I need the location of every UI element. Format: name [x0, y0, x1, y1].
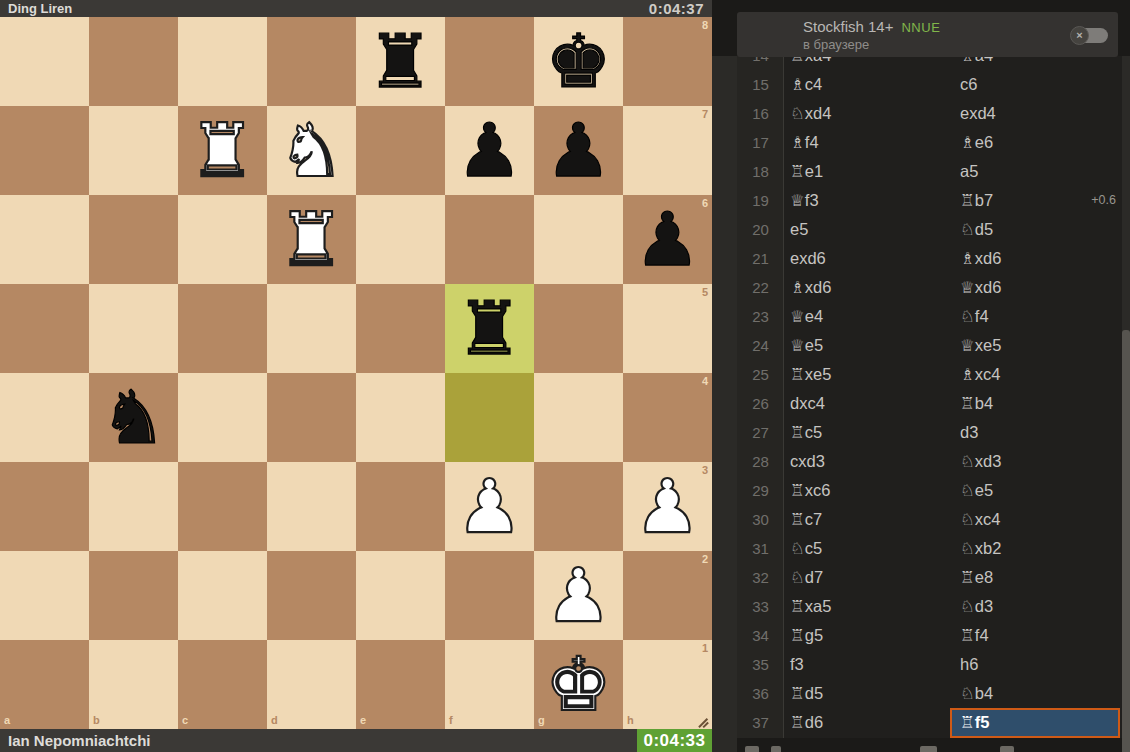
white-move-30[interactable]: ♖c7: [790, 505, 822, 534]
white-move-36[interactable]: ♖d5: [790, 679, 823, 708]
piece-black-pawn[interactable]: ♟: [534, 106, 623, 195]
black-move-14[interactable]: ♗a4: [960, 56, 993, 70]
move-row-35: 35f3h6: [737, 650, 1122, 679]
move-list[interactable]: 14♖xa4♗a415♗c4c616♘xd4exd417♗f4♗e618♖e1a…: [737, 56, 1122, 738]
square-e2[interactable]: [356, 551, 445, 640]
white-move-19[interactable]: ♕f3: [790, 186, 819, 215]
square-e8[interactable]: ♜: [356, 17, 445, 106]
rank-label-8: 8: [702, 20, 708, 31]
black-move-29[interactable]: ♘e5: [960, 476, 993, 505]
move-number: 28: [737, 447, 784, 476]
white-move-37[interactable]: ♖d6: [790, 708, 823, 737]
move-row-32: 32♘d7♖e8: [737, 563, 1122, 592]
piece-white-rook[interactable]: ♜: [178, 106, 267, 195]
square-c3[interactable]: [178, 462, 267, 551]
move-row-23: 23♕e4♘f4: [737, 302, 1122, 331]
black-move-33[interactable]: ♘d3: [960, 592, 993, 621]
move-number: 35: [737, 650, 784, 679]
move-number: 21: [737, 244, 784, 273]
black-move-30[interactable]: ♘xc4: [960, 505, 1000, 534]
square-h3[interactable]: 3♟: [623, 462, 712, 551]
square-g2[interactable]: ♟: [534, 551, 623, 640]
chess-board[interactable]: ♜♚8♜♞♟♟7♜6♟♜5♞4♟3♟♟2abcdefg♚1h: [0, 17, 712, 729]
black-move-35[interactable]: h6: [960, 650, 978, 679]
square-h2[interactable]: 2: [623, 551, 712, 640]
white-move-16[interactable]: ♘xd4: [790, 99, 831, 128]
black-move-20[interactable]: ♘d5: [960, 215, 993, 244]
piece-black-rook[interactable]: ♜: [445, 284, 534, 373]
move-row-34: 34♖g5♖f4: [737, 621, 1122, 650]
move-row-27: 27♖c5d3: [737, 418, 1122, 447]
eval-annotation: +0.6: [1091, 186, 1116, 215]
black-move-21[interactable]: ♗xd6: [960, 244, 1001, 273]
move-row-22: 22♗xd6♕xd6: [737, 273, 1122, 302]
move-number: 15: [737, 70, 784, 99]
square-g8[interactable]: ♚: [534, 17, 623, 106]
square-a5[interactable]: [0, 284, 89, 373]
move-row-20: 20e5♘d5: [737, 215, 1122, 244]
engine-name: Stockfish 14+NNUE: [803, 18, 940, 35]
white-move-28[interactable]: cxd3: [790, 447, 825, 476]
square-e4[interactable]: [356, 373, 445, 462]
square-b2[interactable]: [89, 551, 178, 640]
bottom-player-bar: Ian Nepomniachtchi 0:04:33: [0, 729, 712, 752]
white-move-34[interactable]: ♖g5: [790, 621, 823, 650]
move-row-30: 30♖c7♘xc4: [737, 505, 1122, 534]
black-move-23[interactable]: ♘f4: [960, 302, 989, 331]
white-move-20[interactable]: e5: [790, 215, 808, 244]
piece-black-knight[interactable]: ♞: [89, 373, 178, 462]
move-number: 18: [737, 157, 784, 186]
move-number: 23: [737, 302, 784, 331]
square-d8[interactable]: [267, 17, 356, 106]
square-a1[interactable]: a: [0, 640, 89, 729]
move-number: 16: [737, 99, 784, 128]
square-c6[interactable]: [178, 195, 267, 284]
file-label-d: d: [271, 715, 278, 726]
square-b4[interactable]: ♞: [89, 373, 178, 462]
move-number: 27: [737, 418, 784, 447]
bottom-player-clock: 0:04:33: [637, 729, 712, 752]
square-e5[interactable]: [356, 284, 445, 373]
black-move-26[interactable]: ♖b4: [960, 389, 993, 418]
black-move-34[interactable]: ♖f4: [960, 621, 989, 650]
square-f4[interactable]: [445, 373, 534, 462]
black-move-17[interactable]: ♗e6: [960, 128, 993, 157]
toggle-off-icon[interactable]: ×: [1070, 26, 1089, 45]
white-move-21[interactable]: exd6: [790, 244, 826, 273]
square-a6[interactable]: [0, 195, 89, 284]
black-move-31[interactable]: ♘xb2: [960, 534, 1001, 563]
move-number: 25: [737, 360, 784, 389]
square-d6[interactable]: ♜: [267, 195, 356, 284]
top-player-name: Ding Liren: [8, 1, 72, 16]
square-a4[interactable]: [0, 373, 89, 462]
engine-nnue-badge: NNUE: [901, 20, 940, 35]
square-g3[interactable]: [534, 462, 623, 551]
white-move-32[interactable]: ♘d7: [790, 563, 823, 592]
move-number: 22: [737, 273, 784, 302]
square-b1[interactable]: b: [89, 640, 178, 729]
file-label-c: c: [182, 715, 188, 726]
move-row-15: 15♗c4c6: [737, 70, 1122, 99]
square-f7[interactable]: ♟: [445, 106, 534, 195]
rank-label-4: 4: [702, 376, 708, 387]
black-move-37-current[interactable]: ♖f5: [950, 708, 1120, 738]
piece-white-pawn[interactable]: ♟: [623, 462, 712, 551]
move-number: 19: [737, 186, 784, 215]
move-number: 32: [737, 563, 784, 592]
engine-toggle[interactable]: ×: [1072, 26, 1108, 45]
move-number: 14: [737, 56, 784, 70]
black-move-22[interactable]: ♕xd6: [960, 273, 1001, 302]
bottom-toolbar-clipped: [737, 738, 1130, 752]
square-a8[interactable]: [0, 17, 89, 106]
rank-label-1: 1: [702, 643, 708, 654]
board-resize-handle[interactable]: [697, 714, 710, 727]
black-move-15[interactable]: c6: [960, 70, 977, 99]
move-number: 17: [737, 128, 784, 157]
file-label-b: b: [93, 715, 100, 726]
square-g4[interactable]: [534, 373, 623, 462]
square-g7[interactable]: ♟: [534, 106, 623, 195]
file-label-a: a: [4, 715, 10, 726]
white-move-29[interactable]: ♖xc6: [790, 476, 830, 505]
square-h5[interactable]: 5: [623, 284, 712, 373]
scrollbar-thumb[interactable]: [1122, 330, 1130, 752]
piece-black-pawn[interactable]: ♟: [445, 106, 534, 195]
white-move-23[interactable]: ♕e4: [790, 302, 823, 331]
square-c2[interactable]: [178, 551, 267, 640]
piece-black-pawn[interactable]: ♟: [623, 195, 712, 284]
move-number: 34: [737, 621, 784, 650]
square-c5[interactable]: [178, 284, 267, 373]
white-move-35[interactable]: f3: [790, 650, 804, 679]
move-number: 33: [737, 592, 784, 621]
white-move-25[interactable]: ♖xe5: [790, 360, 831, 389]
square-c4[interactable]: [178, 373, 267, 462]
move-row-31: 31♘c5♘xb2: [737, 534, 1122, 563]
square-d5[interactable]: [267, 284, 356, 373]
toolbar-icon-fragment[interactable]: [771, 746, 781, 752]
square-e1[interactable]: e: [356, 640, 445, 729]
move-row-25: 25♖xe5♗xc4: [737, 360, 1122, 389]
piece-white-pawn[interactable]: ♟: [445, 462, 534, 551]
square-c7[interactable]: ♜: [178, 106, 267, 195]
move-row-21: 21exd6♗xd6: [737, 244, 1122, 273]
rank-label-7: 7: [702, 109, 708, 120]
white-move-15[interactable]: ♗c4: [790, 70, 822, 99]
square-f3[interactable]: ♟: [445, 462, 534, 551]
move-row-17: 17♗f4♗e6: [737, 128, 1122, 157]
white-move-33[interactable]: ♖xa5: [790, 592, 831, 621]
square-f6[interactable]: [445, 195, 534, 284]
square-g5[interactable]: [534, 284, 623, 373]
square-h6[interactable]: 6♟: [623, 195, 712, 284]
engine-header: Stockfish 14+NNUE в браузере ×: [737, 12, 1118, 57]
piece-black-rook[interactable]: ♜: [356, 17, 445, 106]
move-number: 29: [737, 476, 784, 505]
square-d1[interactable]: d: [267, 640, 356, 729]
white-move-26[interactable]: dxc4: [790, 389, 825, 418]
white-move-27[interactable]: ♖c5: [790, 418, 822, 447]
piece-white-rook[interactable]: ♜: [267, 195, 356, 284]
panel-gap-strip: [712, 56, 737, 752]
engine-subtitle: в браузере: [803, 37, 869, 52]
toolbar-icon-fragment[interactable]: [920, 746, 937, 752]
square-d2[interactable]: [267, 551, 356, 640]
square-b7[interactable]: [89, 106, 178, 195]
white-move-22[interactable]: ♗xd6: [790, 273, 831, 302]
move-number: 31: [737, 534, 784, 563]
analysis-app: Ding Liren 0:04:37 ♜♚8♜♞♟♟7♜6♟♜5♞4♟3♟♟2a…: [0, 0, 1130, 752]
piece-black-king[interactable]: ♚: [534, 17, 623, 106]
square-b3[interactable]: [89, 462, 178, 551]
black-move-18[interactable]: a5: [960, 157, 978, 186]
square-g6[interactable]: [534, 195, 623, 284]
move-row-18: 18♖e1a5: [737, 157, 1122, 186]
move-row-28: 28cxd3♘xd3: [737, 447, 1122, 476]
move-row-24: 24♕e5♕xe5: [737, 331, 1122, 360]
move-row-19: 19♕f3♖b7+0.6: [737, 186, 1122, 215]
black-move-16[interactable]: exd4: [960, 99, 996, 128]
square-d4[interactable]: [267, 373, 356, 462]
square-h4[interactable]: 4: [623, 373, 712, 462]
square-d3[interactable]: [267, 462, 356, 551]
file-label-e: e: [360, 715, 366, 726]
square-e7[interactable]: [356, 106, 445, 195]
rank-label-2: 2: [702, 554, 708, 565]
square-a2[interactable]: [0, 551, 89, 640]
top-player-bar: Ding Liren 0:04:37: [0, 0, 712, 17]
square-f5[interactable]: ♜: [445, 284, 534, 373]
piece-white-king[interactable]: ♚: [534, 640, 623, 729]
move-row-14: 14♖xa4♗a4: [737, 56, 1122, 70]
black-move-32[interactable]: ♖e8: [960, 563, 993, 592]
file-label-f: f: [449, 715, 453, 726]
piece-white-pawn[interactable]: ♟: [534, 551, 623, 640]
black-move-28[interactable]: ♘xd3: [960, 447, 1001, 476]
move-row-16: 16♘xd4exd4: [737, 99, 1122, 128]
square-b5[interactable]: [89, 284, 178, 373]
square-f2[interactable]: [445, 551, 534, 640]
square-b8[interactable]: [89, 17, 178, 106]
white-move-24[interactable]: ♕e5: [790, 331, 823, 360]
toolbar-icon-fragment[interactable]: [1000, 746, 1014, 752]
piece-white-knight[interactable]: ♞: [267, 106, 356, 195]
black-move-19[interactable]: ♖b7: [960, 186, 993, 215]
square-g1[interactable]: g♚: [534, 640, 623, 729]
bottom-player-name: Ian Nepomniachtchi: [0, 732, 151, 749]
move-number: 20: [737, 215, 784, 244]
move-number: 30: [737, 505, 784, 534]
move-number: 24: [737, 331, 784, 360]
white-move-18[interactable]: ♖e1: [790, 157, 823, 186]
top-player-clock: 0:04:37: [649, 0, 704, 17]
move-number: 26: [737, 389, 784, 418]
rank-label-5: 5: [702, 287, 708, 298]
square-a7[interactable]: [0, 106, 89, 195]
white-move-17[interactable]: ♗f4: [790, 128, 819, 157]
black-move-27[interactable]: d3: [960, 418, 978, 447]
square-a3[interactable]: [0, 462, 89, 551]
move-row-29: 29♖xc6♘e5: [737, 476, 1122, 505]
white-move-14[interactable]: ♖xa4: [790, 56, 831, 70]
move-number: 37: [737, 708, 784, 737]
file-label-h: h: [627, 715, 634, 726]
move-row-26: 26dxc4♖b4: [737, 389, 1122, 418]
square-f1[interactable]: f: [445, 640, 534, 729]
square-b6[interactable]: [89, 195, 178, 284]
move-row-37: 37♖d6♖f5: [737, 708, 1122, 737]
toolbar-icon-fragment[interactable]: [745, 746, 759, 752]
square-e6[interactable]: [356, 195, 445, 284]
white-move-31[interactable]: ♘c5: [790, 534, 822, 563]
black-move-36[interactable]: ♘b4: [960, 679, 993, 708]
square-f8[interactable]: [445, 17, 534, 106]
square-c8[interactable]: [178, 17, 267, 106]
move-row-36: 36♖d5♘b4: [737, 679, 1122, 708]
move-row-33: 33♖xa5♘d3: [737, 592, 1122, 621]
square-c1[interactable]: c: [178, 640, 267, 729]
black-move-25[interactable]: ♗xc4: [960, 360, 1000, 389]
square-h8[interactable]: 8: [623, 17, 712, 106]
square-d7[interactable]: ♞: [267, 106, 356, 195]
square-e3[interactable]: [356, 462, 445, 551]
square-h7[interactable]: 7: [623, 106, 712, 195]
move-number: 36: [737, 679, 784, 708]
black-move-24[interactable]: ♕xe5: [960, 331, 1001, 360]
